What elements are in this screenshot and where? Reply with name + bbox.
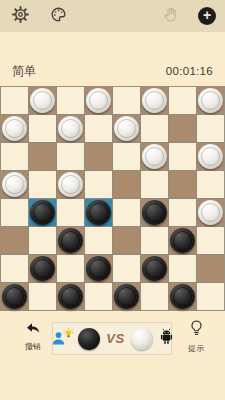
board-square[interactable] [29,199,56,226]
theme-button[interactable] [48,6,68,26]
board-square[interactable] [169,227,196,254]
board-square [197,283,224,310]
white-piece[interactable] [142,144,167,169]
board-square[interactable] [85,87,112,114]
board-square[interactable] [197,143,224,170]
board-square [141,227,168,254]
board-square [29,115,56,142]
white-piece[interactable] [58,172,83,197]
board-square[interactable] [57,227,84,254]
black-piece[interactable] [142,200,167,225]
black-piece[interactable] [86,256,111,281]
black-piece[interactable] [142,256,167,281]
board-square [29,227,56,254]
board-square[interactable] [197,255,224,282]
game-timer: 00:01:16 [166,65,213,77]
board-square[interactable] [141,87,168,114]
board-square[interactable] [1,283,28,310]
board-square[interactable] [169,283,196,310]
board-square[interactable] [113,115,140,142]
board-square[interactable] [113,227,140,254]
board-square[interactable] [141,143,168,170]
board-square [57,143,84,170]
board-square[interactable] [1,115,28,142]
board-square [141,171,168,198]
board-square[interactable] [141,255,168,282]
board [0,86,225,311]
board-square [57,199,84,226]
board-square[interactable] [29,255,56,282]
gear-icon [12,6,29,27]
idea-bulb-icon [63,325,74,343]
board-square[interactable] [169,115,196,142]
hint-label: 提示 [180,343,212,354]
board-square [85,227,112,254]
bottom-toolbar: 撤销 [0,316,225,362]
board-square[interactable] [197,87,224,114]
white-tray-piece [131,328,153,350]
board-square[interactable] [1,227,28,254]
white-piece[interactable] [86,88,111,113]
add-button[interactable]: + [198,7,216,25]
white-piece[interactable] [2,116,27,141]
players-tray[interactable]: VS [52,322,172,355]
board-square [85,171,112,198]
board-square [57,255,84,282]
drag-hand-button [160,6,180,26]
white-piece[interactable] [198,200,223,225]
board-square [197,115,224,142]
board-square[interactable] [113,283,140,310]
top-bar: + [0,0,225,32]
hint-bulb-icon [189,324,204,341]
board-square [169,199,196,226]
board-square [57,87,84,114]
board-square [1,143,28,170]
white-piece[interactable] [114,116,139,141]
board-square [1,87,28,114]
board-square[interactable] [1,171,28,198]
palette-icon [50,6,67,27]
board-square [113,87,140,114]
undo-label: 撤销 [17,341,49,352]
black-piece[interactable] [30,256,55,281]
status-row: 简单 00:01:16 [12,62,213,80]
board-square [197,171,224,198]
board-square [113,143,140,170]
board-square[interactable] [57,283,84,310]
black-piece[interactable] [86,200,111,225]
white-piece[interactable] [58,116,83,141]
black-piece[interactable] [2,284,27,309]
black-tray-piece [78,328,100,350]
undo-arrow-icon [25,322,41,339]
board-square[interactable] [85,143,112,170]
board-square[interactable] [57,115,84,142]
app-screen: + 简单 00:01:16 撤销 [0,0,225,400]
board-square [29,283,56,310]
board-square [169,143,196,170]
board-square[interactable] [169,171,196,198]
difficulty-label: 简单 [12,63,36,80]
board-square [29,171,56,198]
board-square [197,227,224,254]
board-square [169,255,196,282]
board-square [113,199,140,226]
board-square[interactable] [141,199,168,226]
board-square [113,255,140,282]
black-piece[interactable] [170,228,195,253]
human-player [50,327,72,351]
board-square [141,115,168,142]
android-icon [159,328,174,349]
white-piece[interactable] [2,172,27,197]
black-piece[interactable] [170,284,195,309]
board-square[interactable] [57,171,84,198]
board-square[interactable] [29,143,56,170]
board-square [85,283,112,310]
board-square [85,115,112,142]
board-square [1,255,28,282]
white-piece[interactable] [142,88,167,113]
black-piece[interactable] [58,284,83,309]
black-piece[interactable] [30,200,55,225]
board-square[interactable] [85,255,112,282]
hand-icon [162,6,179,27]
settings-button[interactable] [10,6,30,26]
white-piece[interactable] [198,88,223,113]
plus-icon: + [203,7,211,23]
board-square [1,199,28,226]
board-square [169,87,196,114]
undo-button[interactable]: 撤销 [17,322,49,352]
white-piece[interactable] [30,88,55,113]
board-square[interactable] [29,87,56,114]
board-square[interactable] [113,171,140,198]
board-square [141,283,168,310]
black-piece[interactable] [58,228,83,253]
board-square[interactable] [197,199,224,226]
white-piece[interactable] [198,144,223,169]
hint-button[interactable]: 提示 [180,319,212,354]
vs-label: VS [106,331,124,346]
black-piece[interactable] [114,284,139,309]
board-square[interactable] [85,199,112,226]
